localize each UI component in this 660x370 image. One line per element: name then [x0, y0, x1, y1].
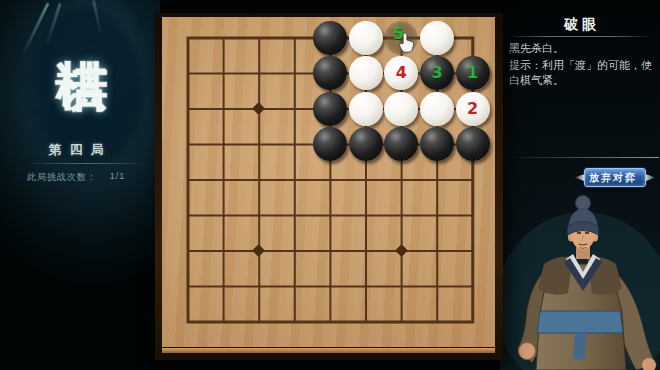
black-stone: [384, 127, 418, 161]
move-number: 4: [396, 65, 407, 81]
black-stone: [313, 127, 347, 161]
white-stone: [349, 56, 383, 90]
white-stone: [420, 92, 454, 126]
white-stone: [349, 21, 383, 55]
hand-cursor-icon: [399, 32, 416, 53]
pending-move-ghost[interactable]: 5: [384, 21, 418, 55]
black-stone: [313, 56, 347, 90]
puzzle-title: 破眼: [500, 16, 660, 34]
board-edge-highlight: [162, 348, 495, 353]
board-surface[interactable]: 43125: [162, 17, 495, 347]
attempts-label: 此局挑战次数：: [27, 171, 97, 184]
white-stone: [420, 21, 454, 55]
left-sidebar: 诘棋 诘棋 第四局 此局挑战次数： 1/1: [0, 0, 160, 370]
black-stone: [313, 21, 347, 55]
game-screen: 诘棋 诘棋 第四局 此局挑战次数： 1/1 破眼 黑先杀白。 提示：利用「渡」的…: [0, 0, 660, 370]
black-stone: [313, 92, 347, 126]
white-stone: 4: [384, 56, 418, 90]
objective-text: 黑先杀白。: [509, 41, 656, 56]
black-stone: [349, 127, 383, 161]
move-number: 3: [431, 65, 442, 81]
give-up-button[interactable]: 放弃对弈: [584, 168, 646, 187]
board-intersections[interactable]: 43125: [170, 20, 490, 340]
npc-sash: [537, 311, 623, 333]
move-number: 2: [467, 101, 478, 117]
star-point: [253, 102, 266, 115]
attempts-value: 1/1: [110, 171, 126, 184]
white-stone: 2: [456, 92, 490, 126]
black-stone: [420, 127, 454, 161]
black-stone: 3: [420, 56, 454, 90]
white-stone: [349, 92, 383, 126]
title-underline: [506, 36, 654, 37]
info-panel: 破眼 黑先杀白。 提示：利用「渡」的可能，使白棋气紧。 放弃对弈: [500, 0, 660, 370]
star-point: [395, 244, 408, 257]
npc-left-hand: [519, 343, 536, 360]
panel-divider: [505, 157, 659, 158]
hint-text: 提示：利用「渡」的可能，使白棋气紧。: [509, 58, 657, 88]
star-point: [253, 244, 266, 257]
go-board[interactable]: 43125: [155, 13, 503, 360]
npc-character: [488, 192, 660, 370]
sidebar-divider: [28, 163, 146, 164]
move-number: 1: [467, 65, 478, 81]
black-stone: 1: [456, 56, 490, 90]
black-stone: [456, 127, 490, 161]
attempts-row: 此局挑战次数： 1/1: [8, 171, 144, 184]
white-stone: [384, 92, 418, 126]
round-label: 第四局: [8, 141, 144, 159]
